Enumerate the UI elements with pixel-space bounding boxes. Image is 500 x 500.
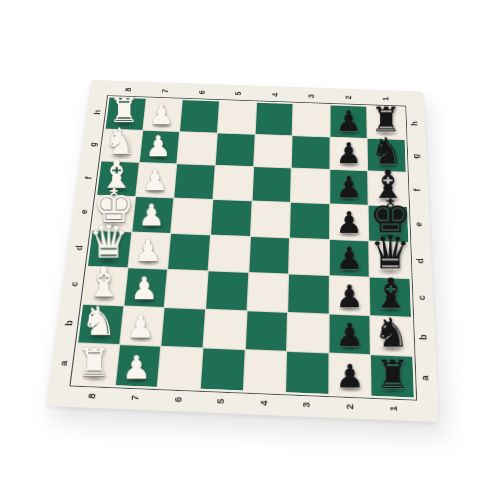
coord-label-top-2: 2 (344, 95, 352, 99)
coord-label-bottom-5: 5 (216, 398, 226, 404)
white-bishop-icon: ♝ (83, 261, 123, 302)
piece-black-pawn-a2: ♟ (329, 354, 371, 396)
coord-label-bottom-2: 2 (345, 404, 355, 410)
piece-black-rook-a1: ♜ (371, 356, 414, 398)
white-pawn-icon: ♟ (136, 166, 174, 195)
piece-white-pawn-d7: ♟ (128, 232, 170, 269)
coord-label-right-c: c (417, 296, 427, 301)
black-pawn-icon: ♟ (329, 360, 371, 392)
black-pawn-icon: ♟ (329, 281, 369, 312)
coord-label-left-f: f (84, 176, 93, 179)
piece-white-pawn-a7: ♟ (115, 345, 160, 387)
white-pawn-icon: ♟ (143, 100, 179, 128)
white-pawn-icon: ♟ (124, 273, 164, 304)
coord-label-top-1: 1 (381, 97, 389, 101)
coordinate-labels: 8877665544332211hhggffeeddccbbaa (92, 80, 424, 92)
piece-white-pawn-h7: ♟ (143, 99, 182, 131)
piece-white-pawn-c7: ♟ (124, 268, 167, 306)
coord-label-left-e: e (79, 210, 88, 215)
piece-white-pawn-e7: ♟ (132, 197, 173, 233)
black-knight-icon: ♞ (371, 313, 412, 353)
coord-label-right-a: a (420, 375, 430, 381)
piece-black-pawn-d2: ♟ (330, 239, 369, 276)
coord-label-top-4: 4 (271, 93, 279, 97)
white-rook-icon: ♜ (73, 344, 115, 383)
piece-black-pawn-c2: ♟ (329, 276, 369, 315)
coord-label-bottom-3: 3 (302, 402, 312, 408)
coord-label-top-8: 8 (124, 88, 133, 92)
white-pawn-icon: ♟ (140, 132, 177, 161)
piece-black-pawn-e2: ♟ (330, 204, 369, 240)
white-pawn-icon: ♟ (128, 236, 167, 266)
coord-label-top-7: 7 (161, 89, 170, 93)
coord-label-right-h: h (410, 121, 419, 126)
piece-black-pawn-b2: ♟ (329, 314, 370, 354)
black-pawn-icon: ♟ (330, 107, 367, 135)
coord-label-right-b: b (418, 334, 428, 340)
black-pawn-icon: ♟ (330, 244, 369, 275)
white-pawn-icon: ♟ (120, 312, 161, 344)
piece-black-knight-b1: ♞ (371, 316, 413, 356)
piece-white-pawn-g7: ♟ (139, 130, 179, 163)
coord-label-left-d: d (74, 245, 84, 250)
white-pawn-icon: ♟ (132, 200, 171, 230)
coord-label-left-h: h (93, 110, 102, 115)
piece-white-rook-a8: ♜ (73, 344, 119, 385)
coord-label-bottom-8: 8 (87, 393, 97, 399)
piece-white-pawn-f7: ♟ (136, 163, 177, 197)
black-pawn-icon: ♟ (330, 207, 369, 237)
coord-label-bottom-4: 4 (259, 400, 269, 406)
product-photo: 8877665544332211hhggffeeddccbbaa ♜♟♟♜♞♟♟… (0, 0, 500, 500)
coord-label-top-5: 5 (234, 91, 243, 95)
coord-label-left-c: c (69, 282, 79, 287)
piece-white-knight-b8: ♞ (78, 305, 123, 345)
pieces-layer: ♜♟♟♜♞♟♟♞♝♟♟♝♚♟♟♚♛♟♟♛♝♟♟♝♞♟♟♞♜♟♟♜ (73, 98, 414, 398)
coord-label-left-b: b (64, 320, 74, 326)
coord-label-left-a: a (59, 360, 69, 366)
coord-label-bottom-7: 7 (130, 395, 140, 401)
chessboard-mat: 8877665544332211hhggffeeddccbbaa ♜♟♟♜♞♟♟… (46, 80, 439, 422)
coord-label-right-d: d (416, 258, 425, 263)
white-knight-icon: ♞ (78, 302, 119, 342)
coord-label-right-f: f (413, 188, 422, 191)
coord-label-right-g: g (411, 154, 420, 159)
coord-label-left-g: g (89, 142, 98, 147)
piece-black-pawn-h2: ♟ (330, 105, 367, 137)
black-pawn-icon: ♟ (330, 139, 367, 168)
black-pawn-icon: ♟ (329, 320, 370, 352)
piece-white-pawn-b7: ♟ (120, 306, 164, 346)
coord-label-bottom-6: 6 (173, 397, 183, 403)
white-pawn-icon: ♟ (116, 352, 158, 384)
coord-label-bottom-1: 1 (388, 406, 398, 412)
coord-label-right-e: e (414, 222, 423, 227)
black-bishop-icon: ♝ (371, 272, 411, 314)
coord-label-top-3: 3 (307, 94, 315, 98)
piece-black-pawn-f2: ♟ (330, 170, 368, 205)
piece-black-pawn-g2: ♟ (330, 137, 367, 170)
black-pawn-icon: ♟ (330, 173, 368, 202)
coord-label-top-6: 6 (197, 90, 206, 94)
black-rook-icon: ♜ (372, 356, 414, 395)
